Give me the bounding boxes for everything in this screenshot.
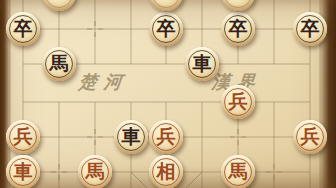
piece-black-chariot[interactable]: 車 (114, 120, 148, 154)
piece-red-pawn[interactable]: 兵 (221, 85, 255, 119)
piece-red-horse[interactable]: 馬 (221, 155, 255, 188)
piece-glyph (42, 0, 76, 11)
piece-red-horse[interactable]: 馬 (78, 155, 112, 188)
piece-red-chariot[interactable]: 車 (6, 155, 40, 188)
piece-red-pawn[interactable]: 兵 (6, 120, 40, 154)
piece-glyph (149, 0, 183, 11)
xiangqi-board: 楚河 漢界 卒 卒 卒 卒 馬 車 車 兵 兵 兵 兵 車 馬 相 馬 (0, 0, 336, 188)
piece-glyph: 兵 (293, 120, 327, 154)
piece-glyph: 卒 (221, 12, 255, 46)
piece-glyph: 車 (114, 120, 148, 154)
piece-black-pawn[interactable]: 卒 (149, 12, 183, 46)
piece-red-elephant[interactable]: 相 (149, 155, 183, 188)
piece-black-pawn[interactable]: 卒 (221, 12, 255, 46)
piece-red-pawn[interactable]: 兵 (149, 120, 183, 154)
piece-glyph (221, 0, 255, 11)
piece-unknown-cropped[interactable] (221, 0, 255, 11)
piece-glyph: 馬 (78, 155, 112, 188)
piece-glyph: 卒 (149, 12, 183, 46)
piece-glyph: 兵 (149, 120, 183, 154)
piece-glyph: 卒 (6, 12, 40, 46)
piece-black-horse[interactable]: 馬 (42, 47, 76, 81)
river-label-chu-he: 楚河 (78, 72, 130, 92)
piece-glyph: 車 (6, 155, 40, 188)
piece-glyph: 兵 (6, 120, 40, 154)
piece-black-chariot[interactable]: 車 (185, 47, 219, 81)
piece-glyph: 馬 (42, 47, 76, 81)
piece-glyph: 相 (149, 155, 183, 188)
piece-black-pawn[interactable]: 卒 (6, 12, 40, 46)
piece-glyph: 車 (185, 47, 219, 81)
piece-black-pawn[interactable]: 卒 (293, 12, 327, 46)
piece-unknown-cropped[interactable] (42, 0, 76, 11)
piece-glyph: 馬 (221, 155, 255, 188)
piece-unknown-cropped[interactable] (149, 0, 183, 11)
piece-glyph: 卒 (293, 12, 327, 46)
piece-glyph: 兵 (221, 85, 255, 119)
piece-red-pawn[interactable]: 兵 (293, 120, 327, 154)
